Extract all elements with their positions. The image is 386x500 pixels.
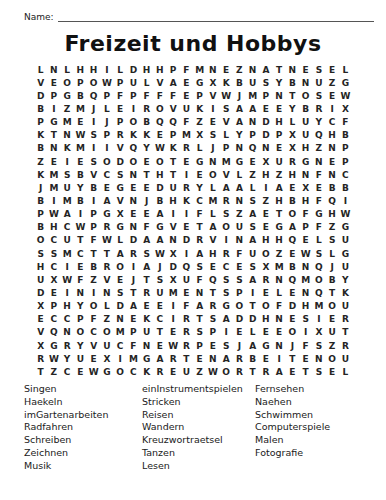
grid-cell: S [246,194,259,207]
grid-cell: E [246,155,259,168]
word-list-item: Haekeln [24,396,142,409]
grid-cell: L [100,300,113,313]
grid-cell: E [140,181,153,194]
grid-cell: H [273,116,286,129]
grid-cell: J [100,116,113,129]
grid-cell: A [193,300,206,313]
grid-cell: L [246,181,259,194]
grid-cell: A [246,208,259,221]
grid-cell: W [339,89,352,102]
grid-cell: E [180,286,193,299]
grid-cell: E [140,300,153,313]
grid-cell: O [114,260,127,273]
grid-cell: P [47,300,60,313]
grid-cell: O [127,116,140,129]
grid-cell: U [339,260,352,273]
grid-cell: E [259,286,272,299]
grid-cell: I [87,194,100,207]
grid-cell: B [74,194,87,207]
grid-cell: D [259,129,272,142]
grid-cell: N [233,234,246,247]
grid-cell: I [87,286,100,299]
grid-cell: B [140,116,153,129]
grid-cell: R [259,365,272,378]
grid-cell: B [286,76,299,89]
grid-cell: S [312,365,325,378]
grid-cell: B [34,142,47,155]
grid-cell: X [34,339,47,352]
grid-cell: R [259,273,272,286]
worksheet-page: Name: Freizeit und Hobbys LNLHHILDHHPFMN… [0,0,386,500]
grid-cell: W [339,208,352,221]
grid-cell: S [326,234,339,247]
grid-cell: E [326,365,339,378]
grid-cell: C [61,365,74,378]
grid-cell: Z [193,365,206,378]
grid-cell: A [246,273,259,286]
grid-cell: G [339,76,352,89]
grid-cell: M [74,102,87,115]
grid-cell: K [34,129,47,142]
grid-cell: B [286,260,299,273]
grid-cell: S [206,313,219,326]
word-list-item: Kreuzwortraetsel [142,434,255,447]
grid-cell: Z [326,339,339,352]
grid-cell: F [312,194,325,207]
grid-cell: O [34,234,47,247]
grid-cell: H [153,168,166,181]
grid-cell: D [127,234,140,247]
grid-cell: G [299,155,312,168]
grid-cell: J [153,260,166,273]
grid-cell: W [167,339,180,352]
grid-cell: I [220,326,233,339]
grid-cell: T [273,63,286,76]
grid-cell: A [273,181,286,194]
grid-cell: K [140,365,153,378]
grid-cell: P [34,116,47,129]
grid-cell: S [47,247,60,260]
grid-cell: A [61,208,74,221]
grid-cell: R [339,339,352,352]
grid-cell: X [193,129,206,142]
grid-cell: M [61,116,74,129]
grid-cell: N [233,194,246,207]
grid-cell: Y [193,181,206,194]
grid-cell: Q [312,129,325,142]
grid-cell: L [220,129,233,142]
grid-cell: C [47,313,60,326]
grid-cell: P [167,63,180,76]
grid-cell: P [220,142,233,155]
grid-cell: V [34,326,47,339]
grid-cell: B [74,89,87,102]
grid-cell: M [312,300,325,313]
grid-cell: N [273,313,286,326]
grid-cell: I [61,286,74,299]
grid-cell: U [61,181,74,194]
grid-cell: L [61,63,74,76]
grid-cell: S [206,129,219,142]
grid-cell: E [47,155,60,168]
grid-cell: O [299,89,312,102]
grid-cell: R [167,352,180,365]
grid-cell: A [114,247,127,260]
grid-cell: S [153,273,166,286]
grid-cell: N [326,168,339,181]
grid-cell: O [286,326,299,339]
grid-cell: N [167,234,180,247]
grid-cell: A [100,194,113,207]
grid-cell: H [61,300,74,313]
grid-cell: P [87,221,100,234]
grid-cell: S [312,247,325,260]
grid-cell: S [87,155,100,168]
word-list-item: Fotografie [255,447,386,460]
grid-cell: Y [61,352,74,365]
grid-cell: Q [286,234,299,247]
grid-cell: C [74,247,87,260]
grid-cell: R [286,155,299,168]
grid-cell: W [74,221,87,234]
grid-cell: S [87,129,100,142]
grid-cell: I [220,234,233,247]
grid-cell: K [220,76,233,89]
word-list-item: Computerspiele [255,421,386,434]
grid-cell: W [100,234,113,247]
grid-cell: O [220,221,233,234]
grid-cell: K [339,286,352,299]
grid-cell: U [339,300,352,313]
grid-cell: K [61,142,74,155]
grid-cell: Z [47,365,60,378]
word-list-item: Malen [255,434,386,447]
grid-cell: Z [233,63,246,76]
grid-cell: N [47,142,60,155]
grid-cell: U [61,234,74,247]
grid-cell: E [153,129,166,142]
grid-cell: O [326,352,339,365]
grid-cell: H [34,260,47,273]
grid-cell: D [167,260,180,273]
grid-cell: B [87,181,100,194]
grid-cell: G [220,300,233,313]
grid-cell: Q [286,273,299,286]
word-list-column: FernsehenNaehenSchwimmenComputerspieleMa… [255,383,386,472]
grid-cell: P [114,116,127,129]
grid-cell: P [233,286,246,299]
grid-cell: R [140,102,153,115]
grid-cell: A [153,208,166,221]
grid-cell: B [153,194,166,207]
grid-cell: S [220,286,233,299]
grid-cell: U [167,181,180,194]
grid-cell: R [153,365,166,378]
grid-cell: F [193,208,206,221]
grid-cell: A [273,365,286,378]
grid-cell: V [220,116,233,129]
grid-cell: A [127,300,140,313]
grid-cell: Q [180,260,193,273]
grid-cell: N [127,221,140,234]
grid-cell: R [193,234,206,247]
grid-cell: F [87,234,100,247]
grid-cell: W [100,76,113,89]
grid-cell: Y [273,76,286,89]
word-list-item: Singen [24,383,142,396]
grid-cell: N [312,155,325,168]
grid-cell: N [286,63,299,76]
grid-cell: X [167,273,180,286]
grid-cell: U [326,326,339,339]
word-list-item: Naehen [255,396,386,409]
grid-cell: A [220,352,233,365]
grid-cell: M [61,247,74,260]
grid-cell: T [34,365,47,378]
grid-cell: S [312,339,325,352]
grid-cell: H [299,194,312,207]
grid-cell: T [286,89,299,102]
grid-cell: G [259,339,272,352]
grid-cell: L [34,63,47,76]
grid-cell: N [206,352,219,365]
grid-cell: A [193,247,206,260]
grid-cell: Y [312,116,325,129]
grid-cell: O [312,273,325,286]
grid-cell: R [180,339,193,352]
grid-cell: Z [61,102,74,115]
grid-cell: F [273,300,286,313]
grid-cell: U [34,273,47,286]
word-list-item: Tanzen [142,447,255,460]
grid-cell: N [206,63,219,76]
grid-cell: I [61,155,74,168]
grid-cell: R [100,260,113,273]
grid-cell: W [74,129,87,142]
word-list-item: Zeichnen [24,447,142,460]
name-blank-line [58,9,374,22]
grid-cell: E [286,247,299,260]
grid-cell: H [273,234,286,247]
grid-cell: L [312,234,325,247]
grid-cell: Q [153,116,166,129]
grid-cell: H [47,221,60,234]
grid-cell: J [127,273,140,286]
grid-cell: H [286,168,299,181]
grid-cell: Z [326,76,339,89]
grid-cell: I [127,260,140,273]
grid-cell: I [61,260,74,273]
grid-cell: P [193,339,206,352]
grid-cell: N [127,168,140,181]
word-list-item: Schreiben [24,434,142,447]
grid-cell: H [140,63,153,76]
grid-cell: X [299,181,312,194]
grid-cell: F [180,116,193,129]
grid-cell: C [153,313,166,326]
grid-cell: G [339,221,352,234]
grid-cell: J [326,260,339,273]
grid-cell: G [47,116,60,129]
grid-cell: Q [47,326,60,339]
grid-cell: T [47,129,60,142]
grid-cell: S [114,286,127,299]
grid-cell: H [259,168,272,181]
grid-cell: E [180,155,193,168]
grid-cell: R [140,286,153,299]
word-list-item: Reisen [142,409,255,422]
grid-cell: A [233,116,246,129]
grid-cell: M [246,89,259,102]
grid-cell: V [206,234,219,247]
grid-cell: V [87,339,100,352]
grid-cell: P [167,129,180,142]
grid-cell: R [233,365,246,378]
grid-cell: T [326,286,339,299]
grid-cell: A [246,234,259,247]
grid-cell: F [127,339,140,352]
grid-cell: V [34,76,47,89]
grid-cell: C [114,339,127,352]
grid-cell: S [259,76,272,89]
grid-cell: N [299,260,312,273]
grid-cell: U [180,365,193,378]
grid-cell: I [312,313,325,326]
grid-cell: A [167,76,180,89]
grid-cell: G [193,155,206,168]
grid-cell: B [246,352,259,365]
grid-cell: T [87,247,100,260]
grid-cell: A [259,63,272,76]
grid-cell: U [180,273,193,286]
grid-cell: E [114,273,127,286]
grid-cell: H [167,194,180,207]
grid-cell: P [127,89,140,102]
grid-cell: S [34,247,47,260]
grid-cell: M [127,352,140,365]
grid-cell: W [206,365,219,378]
grid-cell: Q [206,273,219,286]
grid-cell: P [339,155,352,168]
grid-cell: S [312,89,325,102]
grid-cell: U [246,247,259,260]
word-list-item: Musik [24,460,142,473]
grid-cell: E [326,313,339,326]
grid-cell: S [220,273,233,286]
grid-cell: G [100,208,113,221]
grid-cell: G [273,221,286,234]
grid-cell: E [259,326,272,339]
grid-cell: J [34,181,47,194]
grid-cell: P [100,129,113,142]
grid-cell: S [193,260,206,273]
grid-cell: N [299,286,312,299]
grid-cell: F [140,89,153,102]
grid-cell: L [114,234,127,247]
grid-cell: B [34,102,47,115]
grid-cell: E [206,116,219,129]
grid-cell: A [220,181,233,194]
grid-cell: I [273,352,286,365]
grid-cell: N [114,313,127,326]
grid-cell: F [114,89,127,102]
grid-cell: X [339,102,352,115]
grid-cell: C [339,168,352,181]
name-label: Name: [24,12,54,22]
grid-cell: O [74,326,87,339]
grid-cell: R [220,194,233,207]
grid-cell: X [167,247,180,260]
grid-cell: B [34,221,47,234]
grid-cell: M [61,194,74,207]
grid-cell: F [233,247,246,260]
grid-cell: W [87,365,100,378]
grid-cell: E [299,352,312,365]
grid-cell: P [246,129,259,142]
grid-cell: Y [140,142,153,155]
grid-cell: M [220,155,233,168]
grid-cell: Q [246,142,259,155]
grid-cell: I [180,168,193,181]
grid-cell: Y [74,339,87,352]
grid-cell: G [140,352,153,365]
grid-cell: F [180,63,193,76]
grid-cell: I [127,102,140,115]
grid-cell: L [339,365,352,378]
grid-cell: U [273,155,286,168]
grid-cell: T [140,273,153,286]
grid-cell: E [326,89,339,102]
grid-cell: Z [273,168,286,181]
grid-cell: A [140,260,153,273]
grid-cell: B [34,194,47,207]
grid-cell: N [273,89,286,102]
grid-cell: I [87,142,100,155]
grid-cell: I [74,208,87,221]
grid-cell: A [220,313,233,326]
grid-cell: E [206,339,219,352]
grid-cell: J [233,339,246,352]
grid-cell: E [74,365,87,378]
grid-cell: C [326,116,339,129]
grid-cell: P [299,221,312,234]
grid-cell: C [47,260,60,273]
grid-cell: R [180,181,193,194]
word-list-item: Schwimmen [255,409,386,422]
name-row: Name: [0,0,386,22]
grid-cell: X [100,352,113,365]
grid-cell: M [180,129,193,142]
grid-cell: E [286,181,299,194]
grid-cell: F [74,273,87,286]
grid-cell: H [206,247,219,260]
word-list-item: Stricken [142,396,255,409]
grid-cell: E [74,116,87,129]
grid-cell: X [312,326,325,339]
grid-cell: Q [127,142,140,155]
grid-cell: E [259,102,272,115]
grid-cell: A [246,102,259,115]
grid-cell: N [273,339,286,352]
grid-cell: L [326,247,339,260]
grid-cell: X [286,129,299,142]
grid-cell: E [259,221,272,234]
grid-cell: O [153,102,166,115]
grid-cell: J [140,194,153,207]
grid-cell: X [206,76,219,89]
grid-cell: D [34,286,47,299]
grid-cell: T [286,352,299,365]
